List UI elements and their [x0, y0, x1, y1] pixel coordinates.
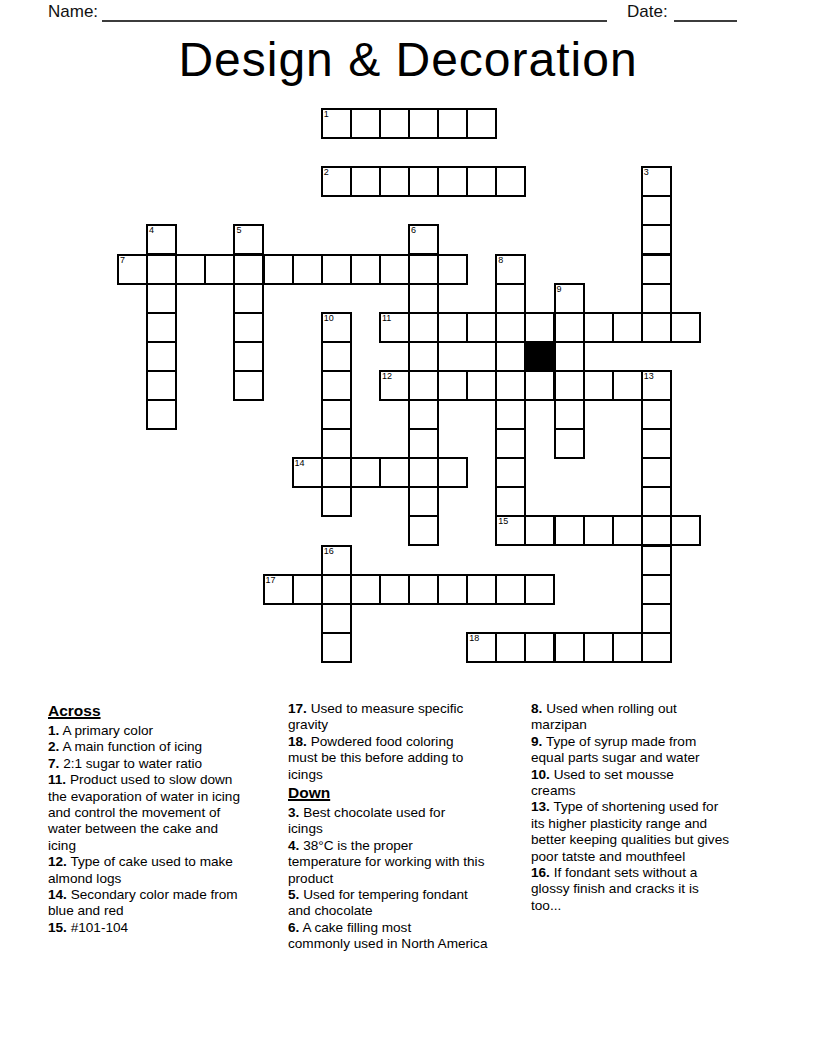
grid-cell[interactable] [351, 575, 380, 604]
grid-cell[interactable] [438, 458, 467, 487]
clue-across-2: 2. A main function of icing [48, 739, 288, 755]
grid-cell[interactable] [234, 255, 263, 284]
clue-number: 6. [288, 920, 299, 935]
grid-cell[interactable] [642, 575, 671, 604]
grid-cell[interactable] [380, 575, 409, 604]
grid-cell[interactable] [409, 255, 438, 284]
cell-number: 16 [324, 546, 334, 556]
clue-number: 11. [48, 772, 66, 787]
grid-cell[interactable] [322, 604, 351, 633]
clue-text: 38°C is the proper temperature for worki… [288, 838, 484, 886]
grid-cell[interactable]: 2 [322, 167, 351, 196]
grid-cell[interactable] [555, 429, 584, 458]
grid-cell[interactable] [322, 342, 351, 371]
grid-cell[interactable] [322, 458, 351, 487]
grid-cell[interactable] [496, 458, 525, 487]
grid-cell[interactable] [496, 633, 525, 662]
cell-number: 6 [411, 225, 416, 235]
clue-text: Type of cake used to make almond logs [48, 854, 233, 885]
clue-text: Best chocolate used for icings [288, 805, 445, 836]
grid-cell[interactable] [438, 313, 467, 342]
grid-cell[interactable] [351, 109, 380, 138]
clue-across-12: 12. Type of cake used to make almond log… [48, 854, 288, 887]
grid-cell[interactable] [496, 487, 525, 516]
grid-cell[interactable] [525, 633, 554, 662]
grid-cell[interactable]: 7 [118, 255, 147, 284]
grid-cell[interactable] [351, 255, 380, 284]
across-heading: Across [48, 701, 288, 720]
grid-cell[interactable] [496, 400, 525, 429]
grid-cell[interactable] [467, 167, 496, 196]
grid-cell[interactable] [147, 313, 176, 342]
clue-text: Secondary color made from blue and red [48, 887, 238, 918]
clue-number: 1. [48, 723, 59, 738]
grid-cell[interactable] [176, 255, 205, 284]
grid-cell[interactable] [380, 167, 409, 196]
clue-number: 15. [48, 920, 67, 935]
black-cell [525, 342, 554, 371]
grid-cell[interactable] [438, 575, 467, 604]
grid-cell[interactable] [496, 284, 525, 313]
date-blank-line[interactable] [674, 0, 737, 22]
grid-cell[interactable] [438, 167, 467, 196]
clue-down-9: 9. Type of syrup made from equal parts s… [531, 734, 791, 767]
grid-cell[interactable] [380, 458, 409, 487]
grid-cell[interactable] [496, 313, 525, 342]
clue-text: Used to set mousse creams [531, 767, 674, 798]
cell-number: 4 [149, 225, 154, 235]
grid-cell[interactable] [525, 516, 554, 545]
grid-cell[interactable] [496, 167, 525, 196]
grid-cell[interactable] [234, 284, 263, 313]
grid-cell[interactable] [234, 313, 263, 342]
grid-cell[interactable] [234, 342, 263, 371]
clue-text: 2:1 sugar to water ratio [63, 756, 202, 771]
grid-cell[interactable] [409, 400, 438, 429]
grid-cell[interactable]: 15 [496, 516, 525, 545]
grid-cell[interactable] [380, 255, 409, 284]
grid-cell[interactable] [293, 255, 322, 284]
clue-number: 14. [48, 887, 67, 902]
grid-cell[interactable] [642, 196, 671, 225]
grid-cell[interactable] [234, 371, 263, 400]
grid-cell[interactable]: 11 [380, 313, 409, 342]
grid-cell[interactable] [380, 109, 409, 138]
grid-cell[interactable] [613, 633, 642, 662]
down-heading: Down [288, 783, 538, 802]
grid-cell[interactable] [322, 371, 351, 400]
clue-across-15: 15. #101-104 [48, 920, 288, 936]
grid-cell[interactable] [555, 313, 584, 342]
grid-cell[interactable]: 16 [322, 546, 351, 575]
clue-number: 7. [48, 756, 59, 771]
grid-cell[interactable] [496, 342, 525, 371]
grid-cell[interactable] [147, 371, 176, 400]
grid-cell[interactable] [642, 458, 671, 487]
grid-cell[interactable] [555, 633, 584, 662]
grid-cell[interactable] [264, 255, 293, 284]
grid-cell[interactable]: 4 [147, 225, 176, 254]
grid-cell[interactable] [584, 313, 613, 342]
grid-cell[interactable] [613, 516, 642, 545]
grid-cell[interactable] [409, 575, 438, 604]
clue-across-17: 17. Used to measure specific gravity [288, 701, 538, 734]
cell-number: 8 [498, 255, 503, 265]
grid-cell[interactable] [642, 604, 671, 633]
cell-number: 14 [295, 458, 305, 468]
grid-cell[interactable] [409, 487, 438, 516]
grid-cell[interactable] [642, 516, 671, 545]
crossword-worksheet: Name: Date: Design & Decoration 12345678… [0, 0, 816, 1056]
grid-cell[interactable] [584, 633, 613, 662]
grid-cell[interactable] [467, 109, 496, 138]
grid-cell[interactable]: 6 [409, 225, 438, 254]
grid-cell[interactable] [555, 371, 584, 400]
clue-number: 18. [288, 734, 307, 749]
grid-cell[interactable] [613, 313, 642, 342]
name-label: Name: [48, 2, 98, 22]
clues-column-1: Across1. A primary color2. A main functi… [48, 701, 288, 936]
grid-cell[interactable] [642, 633, 671, 662]
grid-cell[interactable] [409, 167, 438, 196]
grid-cell[interactable]: 12 [380, 371, 409, 400]
grid-cell[interactable] [409, 429, 438, 458]
clue-text: Powdered food coloring must be this befo… [288, 734, 463, 782]
grid-cell[interactable]: 8 [496, 255, 525, 284]
crossword-grid: 123456789101112131415161718 [118, 109, 701, 663]
cell-number: 18 [469, 633, 479, 643]
grid-cell[interactable]: 17 [264, 575, 293, 604]
grid-cell[interactable] [584, 516, 613, 545]
clue-number: 10. [531, 767, 550, 782]
clue-number: 2. [48, 739, 59, 754]
grid-cell[interactable] [613, 371, 642, 400]
grid-cell[interactable] [555, 400, 584, 429]
clues-column-3: 8. Used when rolling out marzipan9. Type… [531, 701, 791, 914]
name-blank-line[interactable] [102, 0, 607, 22]
clue-number: 13. [531, 799, 550, 814]
grid-cell[interactable]: 18 [467, 633, 496, 662]
clues-column-2: 17. Used to measure specific gravity18. … [288, 701, 538, 953]
grid-cell[interactable] [642, 225, 671, 254]
grid-cell[interactable] [642, 487, 671, 516]
grid-cell[interactable] [438, 371, 467, 400]
grid-cell[interactable] [147, 284, 176, 313]
grid-cell[interactable] [555, 342, 584, 371]
clue-number: 16. [531, 865, 550, 880]
cell-number: 17 [266, 575, 276, 585]
clue-across-18: 18. Powdered food coloring must be this … [288, 734, 538, 783]
grid-cell[interactable] [525, 575, 554, 604]
grid-cell[interactable] [642, 255, 671, 284]
clue-down-3: 3. Best chocolate used for icings [288, 805, 538, 838]
grid-cell[interactable]: 13 [642, 371, 671, 400]
grid-cell[interactable] [409, 516, 438, 545]
clue-across-14: 14. Secondary color made from blue and r… [48, 887, 288, 920]
clue-number: 3. [288, 805, 299, 820]
cell-number: 3 [644, 167, 649, 177]
clue-number: 17. [288, 701, 307, 716]
date-label: Date: [627, 2, 668, 22]
grid-cell[interactable] [438, 109, 467, 138]
grid-cell[interactable] [525, 371, 554, 400]
clue-text: A cake filling most commonly used in Nor… [288, 920, 487, 951]
grid-cell[interactable] [467, 575, 496, 604]
clue-text: Product used to slow down the evaporatio… [48, 772, 240, 853]
grid-cell[interactable] [555, 516, 584, 545]
grid-cell[interactable]: 5 [234, 225, 263, 254]
clue-down-8: 8. Used when rolling out marzipan [531, 701, 791, 734]
grid-cell[interactable]: 10 [322, 313, 351, 342]
clue-down-16: 16. If fondant sets without a glossy fin… [531, 865, 791, 914]
grid-cell[interactable]: 1 [322, 109, 351, 138]
grid-cell[interactable] [671, 516, 700, 545]
grid-cell[interactable] [322, 487, 351, 516]
clue-text: A primary color [62, 723, 153, 738]
cell-number: 7 [120, 255, 125, 265]
clue-number: 12. [48, 854, 67, 869]
grid-cell[interactable] [409, 313, 438, 342]
grid-cell[interactable] [642, 429, 671, 458]
clue-text: Used to measure specific gravity [288, 701, 463, 732]
grid-cell[interactable]: 9 [555, 284, 584, 313]
cell-number: 13 [644, 371, 654, 381]
clue-number: 5. [288, 887, 299, 902]
grid-cell[interactable] [409, 342, 438, 371]
grid-cell[interactable]: 3 [642, 167, 671, 196]
grid-cell[interactable] [409, 458, 438, 487]
grid-cell[interactable] [642, 313, 671, 342]
clue-text: Type of syrup made from equal parts suga… [531, 734, 700, 765]
clue-text: If fondant sets without a glossy finish … [531, 865, 699, 913]
clue-text: #101-104 [71, 920, 128, 935]
grid-cell[interactable] [351, 458, 380, 487]
grid-cell[interactable] [322, 255, 351, 284]
grid-cell[interactable] [409, 371, 438, 400]
grid-cell[interactable] [584, 371, 613, 400]
grid-cell[interactable] [147, 255, 176, 284]
clue-text: Used when rolling out marzipan [531, 701, 677, 732]
clue-text: Type of shortening used for its higher p… [531, 799, 729, 863]
cell-number: 12 [382, 371, 392, 381]
clue-across-7: 7. 2:1 sugar to water ratio [48, 756, 288, 772]
grid-cell[interactable]: 14 [293, 458, 322, 487]
cell-number: 1 [324, 109, 329, 119]
grid-cell[interactable] [467, 371, 496, 400]
clue-text: A main function of icing [62, 739, 202, 754]
grid-cell[interactable] [351, 167, 380, 196]
clue-number: 9. [531, 734, 542, 749]
cell-number: 15 [498, 516, 508, 526]
grid-cell[interactable] [496, 371, 525, 400]
puzzle-title: Design & Decoration [0, 33, 816, 87]
grid-cell[interactable] [525, 313, 554, 342]
grid-cell[interactable] [322, 575, 351, 604]
clue-text: Used for tempering fondant and chocolate [288, 887, 468, 918]
cell-number: 10 [324, 313, 334, 323]
grid-cell[interactable] [496, 575, 525, 604]
grid-cell[interactable] [409, 284, 438, 313]
clue-across-1: 1. A primary color [48, 723, 288, 739]
grid-cell[interactable] [642, 400, 671, 429]
grid-cell[interactable] [322, 633, 351, 662]
grid-cell[interactable] [496, 429, 525, 458]
grid-cell[interactable] [322, 400, 351, 429]
clue-across-11: 11. Product used to slow down the evapor… [48, 772, 288, 854]
clue-number: 4. [288, 838, 299, 853]
cell-number: 5 [236, 225, 241, 235]
clue-down-10: 10. Used to set mousse creams [531, 767, 791, 800]
grid-cell[interactable] [293, 575, 322, 604]
clue-down-5: 5. Used for tempering fondant and chocol… [288, 887, 538, 920]
clue-down-13: 13. Type of shortening used for its high… [531, 799, 791, 865]
clue-down-4: 4. 38°C is the proper temperature for wo… [288, 838, 538, 887]
cell-number: 9 [557, 284, 562, 294]
grid-cell[interactable] [147, 400, 176, 429]
grid-cell[interactable] [642, 546, 671, 575]
grid-cell[interactable] [147, 342, 176, 371]
grid-cell[interactable] [671, 313, 700, 342]
grid-cell[interactable] [467, 313, 496, 342]
clue-number: 8. [531, 701, 542, 716]
grid-cell[interactable] [438, 255, 467, 284]
grid-cell[interactable] [409, 109, 438, 138]
grid-cell[interactable] [322, 429, 351, 458]
cell-number: 11 [382, 313, 391, 323]
grid-cell[interactable] [205, 255, 234, 284]
grid-cell[interactable] [642, 284, 671, 313]
clue-down-6: 6. A cake filling most commonly used in … [288, 920, 538, 953]
cell-number: 2 [324, 167, 329, 177]
